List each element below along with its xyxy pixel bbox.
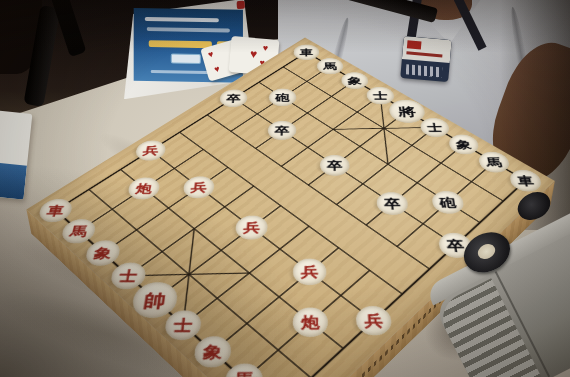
scene: Overhead photograph of a wooden xiangqi …	[0, 0, 570, 377]
piece-face: 士	[366, 87, 394, 104]
piece-face: 馬	[317, 58, 343, 74]
piece-glyph: 象	[455, 139, 472, 149]
piece-glyph: 馬	[323, 62, 337, 70]
piece-glyph: 炮	[135, 183, 153, 194]
piece-face: 卒	[268, 121, 296, 140]
piece-face: 車	[294, 45, 319, 60]
side-card-blue-panel	[0, 162, 27, 200]
piece-glyph: 車	[516, 175, 535, 186]
piece-glyph: 兵	[142, 145, 159, 155]
piece-glyph: 卒	[274, 125, 289, 135]
piece-face: 卒	[320, 155, 350, 176]
piece-glyph: 馬	[485, 157, 503, 168]
piece-face: 砲	[269, 89, 296, 106]
piece-glyph: 車	[300, 48, 313, 56]
piece-glyph: 卒	[327, 160, 343, 171]
piece-glyph: 卒	[226, 94, 241, 103]
piece-glyph: 兵	[190, 182, 207, 193]
piece-glyph: 砲	[439, 196, 457, 208]
piece-glyph: 象	[348, 76, 362, 85]
piece-glyph: 士	[427, 122, 443, 132]
device-knob-center	[475, 241, 497, 262]
piece-face: 象	[341, 72, 368, 89]
photo-canvas: Overhead photograph of a wooden xiangqi …	[0, 0, 570, 377]
piece-glyph: 士	[373, 91, 388, 100]
piece-glyph: 將	[398, 105, 417, 116]
piece-glyph: 砲	[275, 93, 289, 102]
